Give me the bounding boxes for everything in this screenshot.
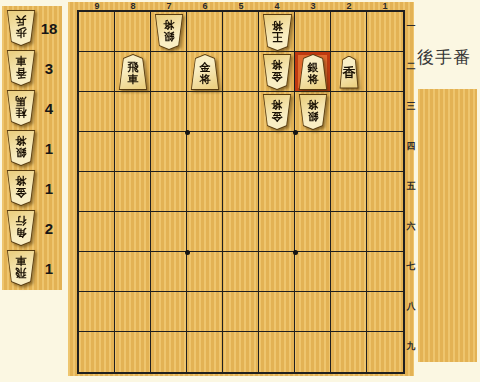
board-cell-46[interactable] bbox=[259, 212, 295, 252]
board-cell-47[interactable] bbox=[259, 252, 295, 292]
hand-tray-sente bbox=[418, 89, 477, 362]
board-cell-17[interactable] bbox=[367, 252, 403, 292]
board-cell-25[interactable] bbox=[331, 172, 367, 212]
piece-body: 香 bbox=[339, 56, 359, 89]
piece-body: 歩兵 bbox=[6, 10, 36, 46]
board-panel: 987654321 一二三四五六七八九 銀将王将飛車金将金将銀将香金将銀将 bbox=[68, 2, 414, 376]
board-cell-65[interactable] bbox=[187, 172, 223, 212]
board-cell-73[interactable] bbox=[151, 92, 187, 132]
rank-label-6: 六 bbox=[405, 206, 417, 246]
board-cell-85[interactable] bbox=[115, 172, 151, 212]
board-cell-13[interactable] bbox=[367, 92, 403, 132]
hand-row-角行: 角行2 bbox=[2, 208, 62, 248]
shogi-piece-金将-4三[interactable]: 金将 bbox=[262, 94, 292, 130]
hand-row-香車: 香車3 bbox=[2, 48, 62, 88]
board-cell-26[interactable] bbox=[331, 212, 367, 252]
rank-label-9: 九 bbox=[405, 326, 417, 366]
board-cell-72[interactable] bbox=[151, 52, 187, 92]
board-cell-89[interactable] bbox=[115, 332, 151, 372]
board-cell-84[interactable] bbox=[115, 132, 151, 172]
board-cell-86[interactable] bbox=[115, 212, 151, 252]
hand-piece-角行[interactable]: 角行 bbox=[6, 210, 36, 246]
board-cell-97[interactable] bbox=[79, 252, 115, 292]
board-cell-76[interactable] bbox=[151, 212, 187, 252]
piece-kanji: 王将 bbox=[272, 19, 283, 42]
board-cell-38[interactable] bbox=[295, 292, 331, 332]
board-cell-64[interactable] bbox=[187, 132, 223, 172]
piece-body: 銀将 bbox=[298, 54, 328, 90]
piece-kanji: 飛車 bbox=[128, 62, 139, 85]
hand-row-桂馬: 桂馬4 bbox=[2, 88, 62, 128]
piece-body: 桂馬 bbox=[6, 90, 36, 126]
shogi-piece-飛車-8二[interactable]: 飛車 bbox=[118, 54, 148, 90]
piece-body: 飛車 bbox=[6, 250, 36, 286]
board-cell-91[interactable] bbox=[79, 12, 115, 52]
piece-kanji: 銀将 bbox=[16, 135, 27, 158]
board-cell-53[interactable] bbox=[223, 92, 259, 132]
rank-label-4: 四 bbox=[405, 126, 417, 166]
piece-body: 角行 bbox=[6, 210, 36, 246]
star-point bbox=[185, 130, 190, 135]
hand-row-銀将: 銀将1 bbox=[2, 128, 62, 168]
hand-piece-金将[interactable]: 金将 bbox=[6, 170, 36, 206]
shogi-piece-銀将-3三[interactable]: 銀将 bbox=[298, 94, 328, 130]
piece-kanji: 角行 bbox=[16, 215, 27, 238]
board-cell-77[interactable] bbox=[151, 252, 187, 292]
board-cell-21[interactable] bbox=[331, 12, 367, 52]
hand-count-金将: 1 bbox=[36, 180, 62, 197]
piece-body: 銀将 bbox=[154, 14, 184, 50]
board-cell-83[interactable] bbox=[115, 92, 151, 132]
board-cell-28[interactable] bbox=[331, 292, 367, 332]
hand-count-飛車: 1 bbox=[36, 260, 62, 277]
star-point bbox=[293, 250, 298, 255]
board-cell-29[interactable] bbox=[331, 332, 367, 372]
piece-body: 金将 bbox=[190, 54, 220, 90]
board-cell-92[interactable] bbox=[79, 52, 115, 92]
rank-labels: 一二三四五六七八九 bbox=[405, 6, 417, 366]
board-cell-14[interactable] bbox=[367, 132, 403, 172]
hand-tray-gote: 歩兵18香車3桂馬4銀将1金将1角行2飛車1 bbox=[2, 6, 62, 290]
board-cell-75[interactable] bbox=[151, 172, 187, 212]
shogi-piece-銀将-3二[interactable]: 銀将 bbox=[298, 54, 328, 90]
board-cell-57[interactable] bbox=[223, 252, 259, 292]
board-cell-79[interactable] bbox=[151, 332, 187, 372]
board-cell-51[interactable] bbox=[223, 12, 259, 52]
board-cell-55[interactable] bbox=[223, 172, 259, 212]
piece-kanji: 金将 bbox=[272, 59, 283, 82]
piece-kanji: 香車 bbox=[16, 55, 27, 78]
hand-count-角行: 2 bbox=[36, 220, 62, 237]
board-cell-99[interactable] bbox=[79, 332, 115, 372]
rank-label-1: 一 bbox=[405, 6, 417, 46]
rank-label-5: 五 bbox=[405, 166, 417, 206]
shogi-piece-香車-2二[interactable]: 香 bbox=[339, 56, 359, 89]
board-cell-35[interactable] bbox=[295, 172, 331, 212]
board-cell-39[interactable] bbox=[295, 332, 331, 372]
board-cell-16[interactable] bbox=[367, 212, 403, 252]
hand-piece-飛車[interactable]: 飛車 bbox=[6, 250, 36, 286]
board-cell-24[interactable] bbox=[331, 132, 367, 172]
hand-count-銀将: 1 bbox=[36, 140, 62, 157]
board-cell-12[interactable] bbox=[367, 52, 403, 92]
board-cell-15[interactable] bbox=[367, 172, 403, 212]
shogi-piece-金将-6二[interactable]: 金将 bbox=[190, 54, 220, 90]
board-cell-78[interactable] bbox=[151, 292, 187, 332]
hand-row-歩兵: 歩兵18 bbox=[2, 8, 62, 48]
board-cell-48[interactable] bbox=[259, 292, 295, 332]
board-cell-87[interactable] bbox=[115, 252, 151, 292]
board-cell-11[interactable] bbox=[367, 12, 403, 52]
board-cell-66[interactable] bbox=[187, 212, 223, 252]
hand-count-桂馬: 4 bbox=[36, 100, 62, 117]
board-cell-56[interactable] bbox=[223, 212, 259, 252]
piece-body: 金将 bbox=[262, 94, 292, 130]
turn-indicator: 後手番 bbox=[417, 46, 479, 69]
board-cell-19[interactable] bbox=[367, 332, 403, 372]
rank-label-7: 七 bbox=[405, 246, 417, 286]
shogi-piece-銀将-7一[interactable]: 銀将 bbox=[154, 14, 184, 50]
rank-label-8: 八 bbox=[405, 286, 417, 326]
piece-kanji: 銀将 bbox=[164, 19, 175, 42]
board-cell-95[interactable] bbox=[79, 172, 115, 212]
board-cell-81[interactable] bbox=[115, 12, 151, 52]
hand-piece-香車[interactable]: 香車 bbox=[6, 50, 36, 86]
hand-piece-歩兵[interactable]: 歩兵 bbox=[6, 10, 36, 46]
hand-piece-銀将[interactable]: 銀将 bbox=[6, 130, 36, 166]
piece-body: 金将 bbox=[6, 170, 36, 206]
board-cell-36[interactable] bbox=[295, 212, 331, 252]
hand-row-飛車: 飛車1 bbox=[2, 248, 62, 288]
rank-label-2: 二 bbox=[405, 46, 417, 86]
shogi-piece-王将-4一[interactable]: 王将 bbox=[262, 14, 293, 51]
board-cell-49[interactable] bbox=[259, 332, 295, 372]
board-cell-74[interactable] bbox=[151, 132, 187, 172]
board-cell-69[interactable] bbox=[187, 332, 223, 372]
shogi-piece-金将-4二[interactable]: 金将 bbox=[262, 54, 292, 90]
piece-kanji: 飛車 bbox=[16, 255, 27, 278]
board-cell-34[interactable] bbox=[295, 132, 331, 172]
board-cell-52[interactable] bbox=[223, 52, 259, 92]
hand-row-金将: 金将1 bbox=[2, 168, 62, 208]
board-cell-96[interactable] bbox=[79, 212, 115, 252]
board-cell-67[interactable] bbox=[187, 252, 223, 292]
board-cell-23[interactable] bbox=[331, 92, 367, 132]
board-cell-98[interactable] bbox=[79, 292, 115, 332]
piece-body: 金将 bbox=[262, 54, 292, 90]
piece-kanji: 金将 bbox=[200, 62, 211, 85]
board-cell-44[interactable] bbox=[259, 132, 295, 172]
rank-label-3: 三 bbox=[405, 86, 417, 126]
piece-body: 銀将 bbox=[6, 130, 36, 166]
board-cell-88[interactable] bbox=[115, 292, 151, 332]
piece-kanji: 金将 bbox=[16, 175, 27, 198]
board-cell-27[interactable] bbox=[331, 252, 367, 292]
board-cell-68[interactable] bbox=[187, 292, 223, 332]
piece-kanji: 銀将 bbox=[308, 62, 319, 85]
piece-kanji: 金将 bbox=[272, 99, 283, 122]
piece-body: 王将 bbox=[262, 14, 293, 51]
board-cell-31[interactable] bbox=[295, 12, 331, 52]
board-cell-61[interactable] bbox=[187, 12, 223, 52]
piece-kanji: 歩兵 bbox=[16, 15, 27, 38]
hand-count-歩兵: 18 bbox=[36, 20, 62, 37]
piece-body: 飛車 bbox=[118, 54, 148, 90]
board-cell-93[interactable] bbox=[79, 92, 115, 132]
hand-count-香車: 3 bbox=[36, 60, 62, 77]
board-cell-45[interactable] bbox=[259, 172, 295, 212]
board-cell-94[interactable] bbox=[79, 132, 115, 172]
board-cell-37[interactable] bbox=[295, 252, 331, 292]
piece-kanji: 香 bbox=[343, 66, 356, 80]
piece-kanji: 桂馬 bbox=[16, 95, 27, 118]
star-point bbox=[293, 130, 298, 135]
star-point bbox=[185, 250, 190, 255]
hand-piece-桂馬[interactable]: 桂馬 bbox=[6, 90, 36, 126]
piece-body: 銀将 bbox=[298, 94, 328, 130]
board-cell-58[interactable] bbox=[223, 292, 259, 332]
board-cell-63[interactable] bbox=[187, 92, 223, 132]
board-cell-54[interactable] bbox=[223, 132, 259, 172]
piece-kanji: 銀将 bbox=[308, 99, 319, 122]
piece-body: 香車 bbox=[6, 50, 36, 86]
board-cell-59[interactable] bbox=[223, 332, 259, 372]
board-cell-18[interactable] bbox=[367, 292, 403, 332]
